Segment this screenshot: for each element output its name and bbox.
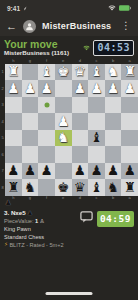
square-b7[interactable]: ♟ bbox=[105, 163, 122, 180]
square-d5[interactable] bbox=[72, 130, 89, 147]
status-bar: 9:41 bbox=[0, 0, 138, 16]
back-button[interactable]: ← bbox=[6, 21, 17, 32]
white-pawn-f2: ♟ bbox=[41, 82, 53, 96]
white-pawn-h2: ♟ bbox=[7, 82, 19, 96]
player-clock[interactable]: 04:59 bbox=[97, 211, 134, 227]
square-h3[interactable] bbox=[5, 97, 22, 114]
square-c3[interactable] bbox=[88, 97, 105, 114]
square-g5[interactable] bbox=[22, 130, 39, 147]
avatar[interactable] bbox=[23, 20, 36, 33]
square-b6[interactable] bbox=[105, 146, 122, 163]
white-knight-e5: ♞ bbox=[57, 131, 69, 145]
game-info-panel: 3. Nxe5 ♟ PieceValue: 1 ♙ King Pawn Stan… bbox=[0, 207, 138, 248]
time-control-text: BLITZ - Rated - 5m+2 bbox=[9, 242, 63, 248]
board-zone: hgfedcba 12345678 ♜♝♚♛♝♞♜♟♟♟♟♟♟♟♟♞♝♟♟♟♟♟… bbox=[0, 59, 138, 200]
square-c7[interactable]: ♟ bbox=[88, 163, 105, 180]
home-indicator[interactable] bbox=[46, 292, 93, 296]
square-g7[interactable]: ♟ bbox=[22, 163, 39, 180]
connection-icon bbox=[83, 45, 90, 51]
square-b2[interactable]: ♟ bbox=[105, 80, 122, 97]
black-knight-b8: ♞ bbox=[107, 181, 119, 195]
square-f5[interactable] bbox=[38, 130, 55, 147]
opening-name: King Pawn bbox=[4, 226, 31, 232]
white-pawn-g2: ♟ bbox=[24, 82, 36, 96]
overflow-menu-button[interactable]: ⋮ bbox=[120, 21, 132, 31]
square-c5[interactable]: ♝ bbox=[88, 130, 105, 147]
square-h1[interactable]: ♜ bbox=[5, 64, 22, 81]
square-d4[interactable] bbox=[72, 113, 89, 130]
nav-bar: ← MisterBusiness ⋮ bbox=[0, 16, 138, 36]
chat-icon[interactable] bbox=[80, 211, 93, 223]
black-pawn-f7: ♟ bbox=[41, 164, 53, 178]
blitz-icon: ⚡ bbox=[4, 242, 8, 248]
white-pawn-e4: ♟ bbox=[57, 115, 69, 129]
square-b3[interactable] bbox=[105, 97, 122, 114]
piece-value-label: PieceValue: bbox=[4, 218, 33, 224]
square-a7[interactable]: ♟ bbox=[121, 163, 138, 180]
coord-label-f: f bbox=[38, 196, 55, 201]
square-a4[interactable] bbox=[121, 113, 138, 130]
variant-name: Standard Chess bbox=[4, 234, 44, 240]
square-e4[interactable]: ♟ bbox=[55, 113, 72, 130]
square-b1[interactable]: ♞ bbox=[105, 64, 122, 81]
square-c1[interactable]: ♝ bbox=[88, 64, 105, 81]
coord-label-a: a bbox=[121, 196, 138, 201]
square-f3[interactable] bbox=[38, 97, 55, 114]
square-e1[interactable]: ♚ bbox=[55, 64, 72, 81]
square-d3[interactable] bbox=[72, 97, 89, 114]
piece-value: 1 bbox=[35, 218, 38, 224]
square-e2[interactable] bbox=[55, 80, 72, 97]
square-g2[interactable]: ♟ bbox=[22, 80, 39, 97]
square-b5[interactable] bbox=[105, 130, 122, 147]
white-bishop-f1: ♝ bbox=[41, 65, 53, 79]
square-a8[interactable]: ♜ bbox=[121, 179, 138, 196]
white-pawn-icon: ♙ bbox=[40, 219, 45, 225]
square-e5[interactable]: ♞ bbox=[55, 130, 72, 147]
black-rook-a8: ♜ bbox=[124, 181, 136, 195]
white-bishop-c1: ♝ bbox=[90, 65, 102, 79]
black-rook-h8: ♜ bbox=[7, 181, 19, 195]
white-pawn-d2: ♟ bbox=[74, 82, 86, 96]
square-e3[interactable] bbox=[55, 97, 72, 114]
square-g4[interactable] bbox=[22, 113, 39, 130]
white-pawn-b2: ♟ bbox=[107, 82, 119, 96]
opponent-name-rating: MisterBusiness (1161) bbox=[4, 50, 69, 56]
square-d6[interactable] bbox=[72, 146, 89, 163]
square-c2[interactable]: ♟ bbox=[88, 80, 105, 97]
battery-icon bbox=[119, 5, 131, 11]
last-move-text: 3. Nxe5 bbox=[4, 210, 26, 217]
white-knight-b1: ♞ bbox=[107, 65, 119, 79]
square-c6[interactable] bbox=[88, 146, 105, 163]
captured-piece-icon: ♟ bbox=[27, 210, 32, 216]
square-h5[interactable] bbox=[5, 130, 22, 147]
turn-status: Your move bbox=[4, 39, 69, 50]
square-h2[interactable]: ♟ bbox=[5, 80, 22, 97]
square-g8[interactable]: ♞ bbox=[22, 179, 39, 196]
chess-board[interactable]: ♜♝♚♛♝♞♜♟♟♟♟♟♟♟♟♞♝♟♟♟♟♟♟♟♜♞♚♛♝♞♜ bbox=[5, 64, 138, 196]
black-queen-d8: ♛ bbox=[74, 181, 86, 195]
square-d1[interactable]: ♛ bbox=[72, 64, 89, 81]
black-bishop-c5: ♝ bbox=[90, 131, 102, 145]
location-arrow-icon bbox=[22, 6, 27, 11]
square-h8[interactable]: ♜ bbox=[5, 179, 22, 196]
captured-pieces-tray: ♟ bbox=[0, 200, 138, 207]
square-d8[interactable]: ♛ bbox=[72, 179, 89, 196]
coord-label-b: b bbox=[105, 196, 122, 201]
square-h7[interactable]: ♟ bbox=[5, 163, 22, 180]
white-rook-h1: ♜ bbox=[7, 65, 19, 79]
person-icon bbox=[25, 22, 34, 31]
square-f1[interactable]: ♝ bbox=[38, 64, 55, 81]
last-move-from-dot bbox=[44, 102, 49, 107]
file-labels-bottom: hgfedcba bbox=[5, 196, 138, 201]
square-a2[interactable]: ♟ bbox=[121, 80, 138, 97]
square-g6[interactable] bbox=[22, 146, 39, 163]
square-f2[interactable]: ♟ bbox=[38, 80, 55, 97]
black-bishop-c8: ♝ bbox=[90, 181, 102, 195]
square-e7[interactable] bbox=[55, 163, 72, 180]
square-f7[interactable]: ♟ bbox=[38, 163, 55, 180]
square-e8[interactable]: ♚ bbox=[55, 179, 72, 196]
square-f6[interactable] bbox=[38, 146, 55, 163]
white-pawn-c2: ♟ bbox=[90, 82, 102, 96]
coord-label-e: e bbox=[55, 196, 72, 201]
square-b4[interactable] bbox=[105, 113, 122, 130]
square-a3[interactable] bbox=[121, 97, 138, 114]
black-pawn-g7: ♟ bbox=[24, 164, 36, 178]
square-d2[interactable]: ♟ bbox=[72, 80, 89, 97]
square-a1[interactable]: ♜ bbox=[121, 64, 138, 81]
captured-black-pawn-icon: ♟ bbox=[5, 200, 11, 207]
status-time: 9:41 bbox=[7, 5, 20, 12]
black-pawn-b7: ♟ bbox=[107, 164, 119, 178]
square-a5[interactable] bbox=[121, 130, 138, 147]
square-f8[interactable] bbox=[38, 179, 55, 196]
page-title: MisterBusiness bbox=[42, 21, 114, 31]
wifi-icon bbox=[108, 5, 116, 11]
white-king-e1: ♚ bbox=[57, 65, 69, 79]
square-a6[interactable] bbox=[121, 146, 138, 163]
black-pawn-c7: ♟ bbox=[90, 164, 102, 178]
square-g1[interactable] bbox=[22, 64, 39, 81]
coord-label-c: c bbox=[88, 196, 105, 201]
square-c4[interactable] bbox=[88, 113, 105, 130]
coord-label-g: g bbox=[22, 196, 39, 201]
coord-label-d: d bbox=[72, 196, 89, 201]
square-f4[interactable] bbox=[38, 113, 55, 130]
black-pawn-h7: ♟ bbox=[7, 164, 19, 178]
square-h4[interactable] bbox=[5, 113, 22, 130]
square-e6[interactable] bbox=[55, 146, 72, 163]
black-pawn-a7: ♟ bbox=[124, 164, 136, 178]
square-b8[interactable]: ♞ bbox=[105, 179, 122, 196]
square-d7[interactable]: ♟ bbox=[72, 163, 89, 180]
black-pawn-d7: ♟ bbox=[74, 164, 86, 178]
square-h6[interactable] bbox=[5, 146, 22, 163]
opponent-clock: 04:53 bbox=[93, 40, 134, 56]
black-king-e8: ♚ bbox=[57, 181, 69, 195]
white-queen-d1: ♛ bbox=[74, 65, 86, 79]
opponent-bar: Your move MisterBusiness (1161) 04:53 bbox=[0, 36, 138, 59]
white-rook-a1: ♜ bbox=[124, 65, 136, 79]
square-g3[interactable] bbox=[22, 97, 39, 114]
black-knight-g8: ♞ bbox=[24, 181, 36, 195]
square-c8[interactable]: ♝ bbox=[88, 179, 105, 196]
white-pawn-a2: ♟ bbox=[124, 82, 136, 96]
